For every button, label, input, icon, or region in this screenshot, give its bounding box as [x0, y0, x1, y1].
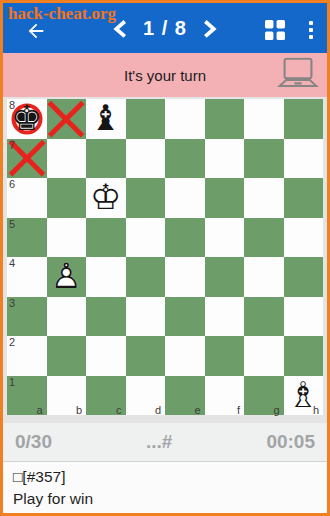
square-a5[interactable]: 5 — [7, 218, 47, 258]
square-h4[interactable] — [284, 257, 324, 297]
page-navigation: 1 / 8 — [113, 17, 217, 40]
timer: 00:05 — [266, 431, 315, 453]
square-f2[interactable] — [205, 336, 245, 376]
grid-icon — [265, 20, 285, 40]
top-bar: 1 / 8 — [3, 3, 327, 53]
rank-label: 7 — [9, 139, 15, 151]
kebab-dot — [309, 28, 313, 32]
kebab-dot — [309, 35, 313, 39]
file-label: c — [116, 404, 122, 416]
menu-button[interactable] — [307, 19, 315, 41]
square-e1[interactable]: e — [165, 376, 205, 416]
square-a8[interactable]: 8♚ — [7, 99, 47, 139]
square-h7[interactable] — [284, 139, 324, 179]
square-h2[interactable] — [284, 336, 324, 376]
square-f8[interactable] — [205, 99, 245, 139]
prev-puzzle-button[interactable] — [113, 19, 128, 38]
square-g1[interactable]: g — [244, 376, 284, 416]
square-b3[interactable] — [47, 297, 87, 337]
kebab-dot — [309, 21, 313, 25]
square-f6[interactable] — [205, 178, 245, 218]
score-counter: 0/30 — [15, 431, 52, 453]
square-a2[interactable]: 2 — [7, 336, 47, 376]
status-bar: 0/30 ...# 00:05 — [3, 423, 327, 461]
red-x-mark — [47, 99, 87, 139]
square-c6[interactable]: ♚♔ — [86, 178, 126, 218]
square-f1[interactable]: f — [205, 376, 245, 416]
next-puzzle-button[interactable] — [202, 19, 217, 38]
square-d8[interactable] — [126, 99, 166, 139]
square-h3[interactable] — [284, 297, 324, 337]
square-d2[interactable] — [126, 336, 166, 376]
square-a4[interactable]: 4 — [7, 257, 47, 297]
puzzle-info-panel: □[#357] Play for win — [3, 461, 327, 513]
square-d7[interactable] — [126, 139, 166, 179]
square-g5[interactable] — [244, 218, 284, 258]
square-b6[interactable] — [47, 178, 87, 218]
turn-banner-text: It's your turn — [124, 67, 206, 84]
square-h1[interactable]: h♝♗ — [284, 376, 324, 416]
app-frame: hack-cheat.org 1 / 8 — [0, 0, 330, 516]
file-label: e — [194, 404, 200, 416]
square-d1[interactable]: d — [126, 376, 166, 416]
square-g7[interactable] — [244, 139, 284, 179]
piece-black-bishop: ♝ — [86, 99, 126, 139]
square-h8[interactable] — [284, 99, 324, 139]
square-h5[interactable] — [284, 218, 324, 258]
file-label: f — [237, 404, 240, 416]
turn-banner: It's your turn — [3, 53, 327, 97]
square-g6[interactable] — [244, 178, 284, 218]
piece-white-pawn: ♟♙ — [47, 257, 87, 297]
file-label: h — [313, 404, 319, 416]
top-bar-actions — [265, 15, 315, 41]
chevron-right-icon — [202, 19, 217, 38]
square-e6[interactable] — [165, 178, 205, 218]
square-f4[interactable] — [205, 257, 245, 297]
square-c2[interactable] — [86, 336, 126, 376]
rank-label: 5 — [9, 218, 15, 230]
rank-label: 3 — [9, 297, 15, 309]
square-e4[interactable] — [165, 257, 205, 297]
file-label: g — [273, 404, 279, 416]
mate-indicator: ...# — [146, 431, 172, 453]
square-g2[interactable] — [244, 336, 284, 376]
square-e8[interactable] — [165, 99, 205, 139]
square-g3[interactable] — [244, 297, 284, 337]
square-g4[interactable] — [244, 257, 284, 297]
square-c3[interactable] — [86, 297, 126, 337]
chevron-left-icon — [113, 19, 128, 38]
square-c5[interactable] — [86, 218, 126, 258]
rank-label: 6 — [9, 178, 15, 190]
square-d5[interactable] — [126, 218, 166, 258]
square-c4[interactable] — [86, 257, 126, 297]
puzzle-goal: Play for win — [13, 488, 317, 510]
square-e7[interactable] — [165, 139, 205, 179]
board-area: 8♚♝76♚♔54♟♙321abcdefgh♝♗ — [3, 97, 327, 423]
square-d3[interactable] — [126, 297, 166, 337]
page-indicator: 1 / 8 — [143, 17, 187, 40]
square-b5[interactable] — [47, 218, 87, 258]
square-b2[interactable] — [47, 336, 87, 376]
square-c8[interactable]: ♝ — [86, 99, 126, 139]
back-button[interactable] — [23, 18, 49, 44]
square-b8[interactable] — [47, 99, 87, 139]
laptop-icon — [277, 58, 319, 93]
square-b7[interactable] — [47, 139, 87, 179]
square-e3[interactable] — [165, 297, 205, 337]
chess-board: 8♚♝76♚♔54♟♙321abcdefgh♝♗ — [7, 99, 323, 415]
square-g8[interactable] — [244, 99, 284, 139]
square-f7[interactable] — [205, 139, 245, 179]
square-b1[interactable]: b — [47, 376, 87, 416]
puzzle-list-button[interactable] — [265, 20, 285, 40]
rank-label: 1 — [9, 376, 15, 388]
rank-label: 2 — [9, 336, 15, 348]
rank-label: 4 — [9, 257, 15, 269]
file-label: b — [76, 404, 82, 416]
square-a1[interactable]: 1a — [7, 376, 47, 416]
square-d6[interactable] — [126, 178, 166, 218]
square-a6[interactable]: 6 — [7, 178, 47, 218]
file-label: a — [36, 404, 42, 416]
square-e2[interactable] — [165, 336, 205, 376]
square-f5[interactable] — [205, 218, 245, 258]
square-h6[interactable] — [284, 178, 324, 218]
square-d4[interactable] — [126, 257, 166, 297]
arrow-left-icon — [25, 20, 47, 42]
square-a7[interactable]: 7 — [7, 139, 47, 179]
square-e5[interactable] — [165, 218, 205, 258]
square-c7[interactable] — [86, 139, 126, 179]
puzzle-number: □[#357] — [13, 466, 317, 488]
file-label: d — [155, 404, 161, 416]
square-f3[interactable] — [205, 297, 245, 337]
square-b4[interactable]: ♟♙ — [47, 257, 87, 297]
rank-label: 8 — [9, 99, 15, 111]
square-c1[interactable]: c — [86, 376, 126, 416]
piece-white-king: ♚♔ — [86, 178, 126, 218]
square-a3[interactable]: 3 — [7, 297, 47, 337]
